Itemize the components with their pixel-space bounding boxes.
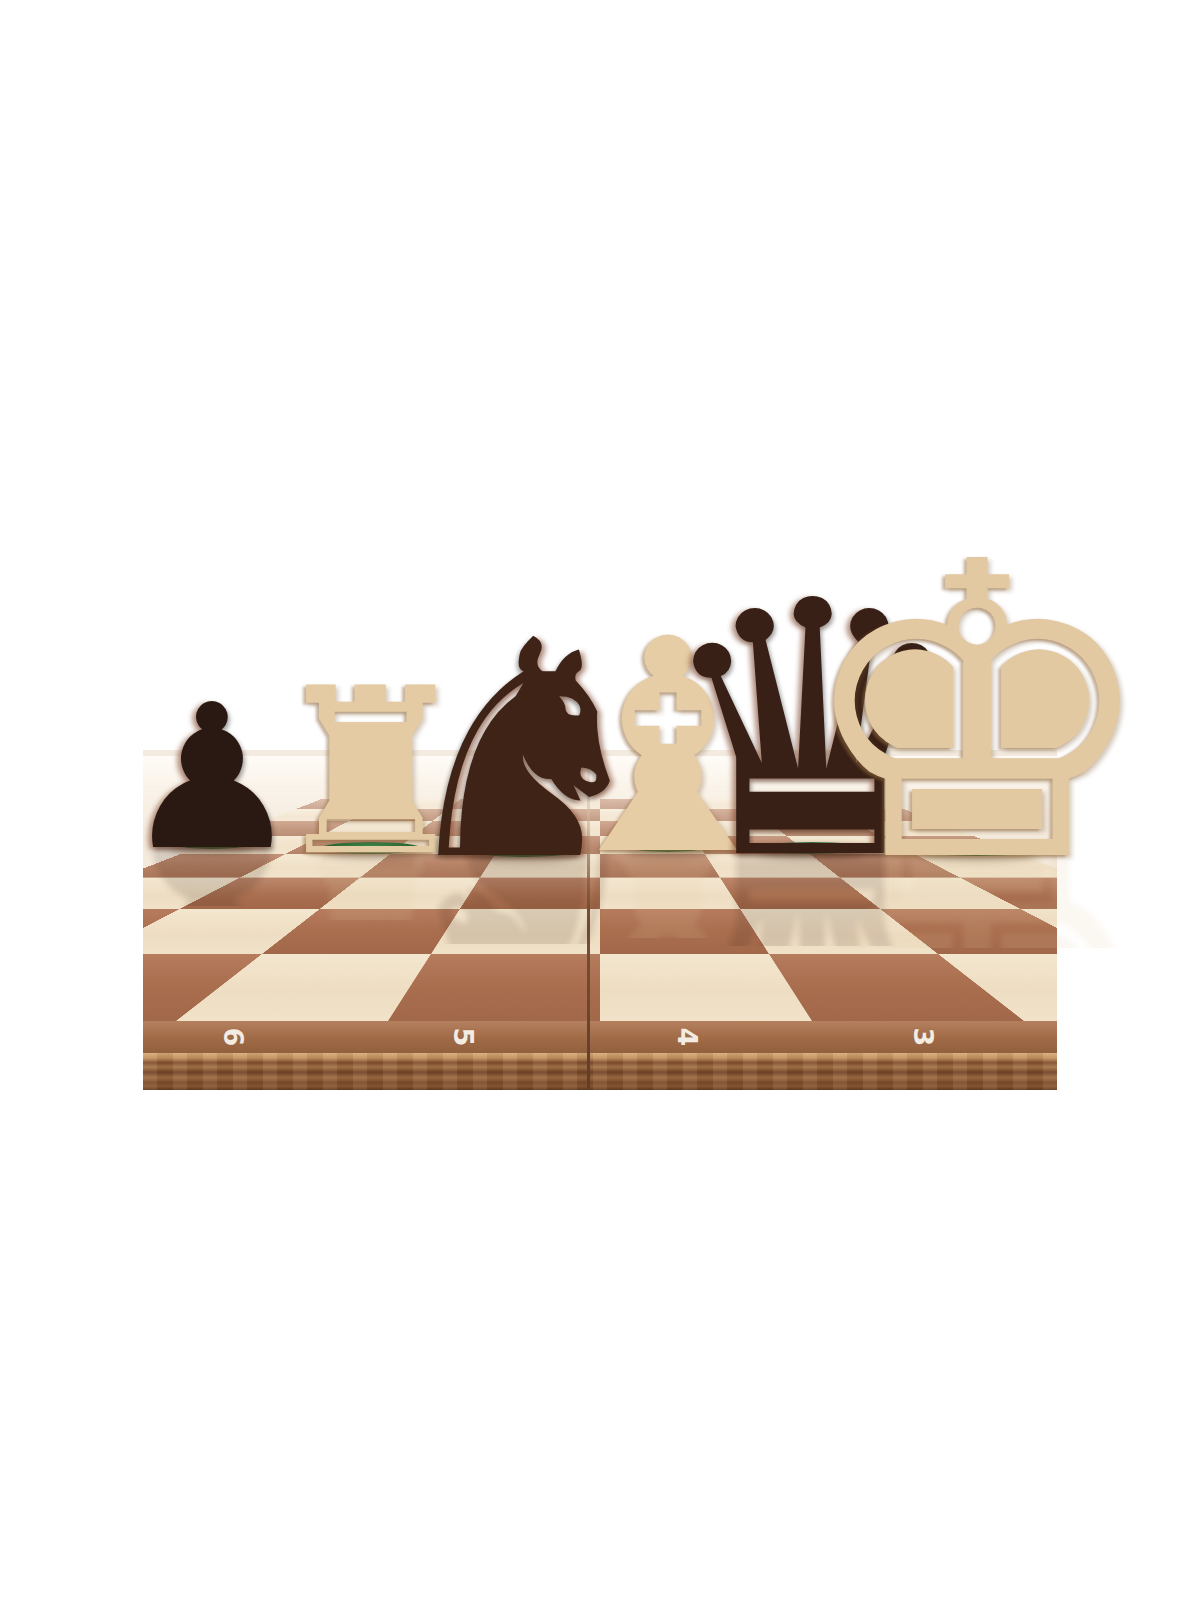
rank-label-3: 3 — [911, 1022, 939, 1052]
product-photo-canvas: 6543 ♟♟♜♜♞♞♝♝♛♛♚♚ — [0, 0, 1200, 1600]
board-front-face — [143, 1053, 1057, 1090]
rank-label-6: 6 — [221, 1022, 249, 1052]
light-king[interactable]: ♚ — [794, 510, 1160, 918]
square-r7c5[interactable] — [769, 954, 1024, 1021]
rank-label-4: 4 — [675, 1022, 703, 1052]
square-r7c6[interactable] — [938, 954, 1057, 1021]
rank-label-5: 5 — [451, 1022, 479, 1052]
rank-label-band: 6543 — [143, 1021, 1057, 1053]
